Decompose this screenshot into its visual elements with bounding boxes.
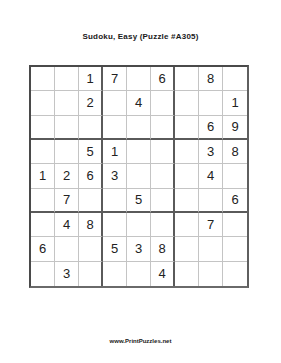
cell-r8c4: 5: [103, 237, 127, 261]
cell-r9c9: [223, 262, 247, 286]
cell-r6c6: [151, 189, 175, 213]
cell-r6c4: [103, 189, 127, 213]
page-title: Sudoku, Easy (Puzzle #A305): [0, 32, 281, 41]
cell-r4c9: 8: [223, 140, 247, 164]
cell-r1c2: [55, 67, 79, 91]
cell-r3c2: [55, 116, 79, 140]
cell-r4c1: [31, 140, 55, 164]
cell-r9c6: 4: [151, 262, 175, 286]
sudoku-board: 176824169513812634756487653834: [29, 65, 249, 288]
cell-r6c9: 6: [223, 189, 247, 213]
cell-r3c8: 6: [199, 116, 223, 140]
cell-r2c1: [31, 91, 55, 115]
cell-r6c8: [199, 189, 223, 213]
cell-r8c6: 8: [151, 237, 175, 261]
cell-r7c8: 7: [199, 213, 223, 237]
cell-r5c6: [151, 164, 175, 188]
cell-r3c9: 9: [223, 116, 247, 140]
cell-r5c9: [223, 164, 247, 188]
cell-r4c4: 1: [103, 140, 127, 164]
cell-r3c1: [31, 116, 55, 140]
cell-r9c5: [127, 262, 151, 286]
cell-r1c1: [31, 67, 55, 91]
cell-r2c7: [175, 91, 199, 115]
cell-r5c8: 4: [199, 164, 223, 188]
cell-r6c5: 5: [127, 189, 151, 213]
cell-r7c1: [31, 213, 55, 237]
cell-r5c7: [175, 164, 199, 188]
cell-r8c5: 3: [127, 237, 151, 261]
cell-r4c6: [151, 140, 175, 164]
footer-url: www.PrintPuzzles.net: [0, 338, 281, 344]
cell-r4c5: [127, 140, 151, 164]
cell-r7c2: 4: [55, 213, 79, 237]
cell-r6c1: [31, 189, 55, 213]
cell-r5c2: 2: [55, 164, 79, 188]
cell-r7c9: [223, 213, 247, 237]
cell-r9c2: 3: [55, 262, 79, 286]
cell-r2c9: 1: [223, 91, 247, 115]
cell-r7c7: [175, 213, 199, 237]
cell-r2c3: 2: [79, 91, 103, 115]
cell-r2c5: 4: [127, 91, 151, 115]
cell-r1c9: [223, 67, 247, 91]
cell-r8c9: [223, 237, 247, 261]
cell-r5c1: 1: [31, 164, 55, 188]
cell-r3c6: [151, 116, 175, 140]
sudoku-page: Sudoku, Easy (Puzzle #A305) 176824169513…: [0, 0, 281, 363]
cell-r7c3: 8: [79, 213, 103, 237]
cell-r8c1: 6: [31, 237, 55, 261]
cell-r1c5: [127, 67, 151, 91]
cell-r5c5: [127, 164, 151, 188]
cell-r9c8: [199, 262, 223, 286]
cell-r3c3: [79, 116, 103, 140]
cell-r4c2: [55, 140, 79, 164]
cell-r6c7: [175, 189, 199, 213]
cell-r2c6: [151, 91, 175, 115]
cell-r1c6: 6: [151, 67, 175, 91]
cell-r6c2: 7: [55, 189, 79, 213]
cell-r8c2: [55, 237, 79, 261]
cell-r3c5: [127, 116, 151, 140]
cell-r2c8: [199, 91, 223, 115]
cell-r1c8: 8: [199, 67, 223, 91]
cell-r3c4: [103, 116, 127, 140]
cell-r7c4: [103, 213, 127, 237]
cell-r4c3: 5: [79, 140, 103, 164]
cell-r8c7: [175, 237, 199, 261]
cell-r9c3: [79, 262, 103, 286]
cell-r1c4: 7: [103, 67, 127, 91]
cell-r4c7: [175, 140, 199, 164]
cell-r2c2: [55, 91, 79, 115]
cell-r7c6: [151, 213, 175, 237]
cell-r7c5: [127, 213, 151, 237]
cell-r1c7: [175, 67, 199, 91]
cell-r9c7: [175, 262, 199, 286]
cell-r6c3: [79, 189, 103, 213]
cell-r5c4: 3: [103, 164, 127, 188]
cell-r9c1: [31, 262, 55, 286]
cell-r5c3: 6: [79, 164, 103, 188]
cell-r8c3: [79, 237, 103, 261]
cell-r8c8: [199, 237, 223, 261]
cell-r1c3: 1: [79, 67, 103, 91]
cell-r2c4: [103, 91, 127, 115]
cell-r4c8: 3: [199, 140, 223, 164]
cell-r9c4: [103, 262, 127, 286]
cell-r3c7: [175, 116, 199, 140]
